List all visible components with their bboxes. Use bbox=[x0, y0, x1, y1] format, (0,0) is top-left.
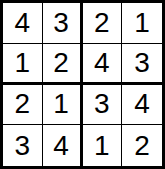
cell-r4c1: 3 bbox=[3, 125, 43, 166]
cell-r1c4: 1 bbox=[122, 3, 162, 44]
cell-r1c1: 4 bbox=[3, 3, 43, 44]
cell-r3c2: 1 bbox=[43, 85, 83, 126]
cell-r2c1: 1 bbox=[3, 44, 43, 85]
cell-r2c4: 3 bbox=[122, 44, 162, 85]
cell-r3c3: 3 bbox=[83, 85, 123, 126]
cell-r2c2: 2 bbox=[43, 44, 83, 85]
cell-r4c2: 4 bbox=[43, 125, 83, 166]
cell-r1c3: 2 bbox=[83, 3, 123, 44]
cell-r2c3: 4 bbox=[83, 44, 123, 85]
cell-r3c1: 2 bbox=[3, 85, 43, 126]
cell-r4c4: 2 bbox=[122, 125, 162, 166]
cell-r3c4: 4 bbox=[122, 85, 162, 126]
cell-r1c2: 3 bbox=[43, 3, 83, 44]
cell-r4c3: 1 bbox=[83, 125, 123, 166]
sudoku-board: 4 3 2 1 1 2 4 3 2 1 3 4 3 4 1 2 bbox=[0, 0, 165, 169]
